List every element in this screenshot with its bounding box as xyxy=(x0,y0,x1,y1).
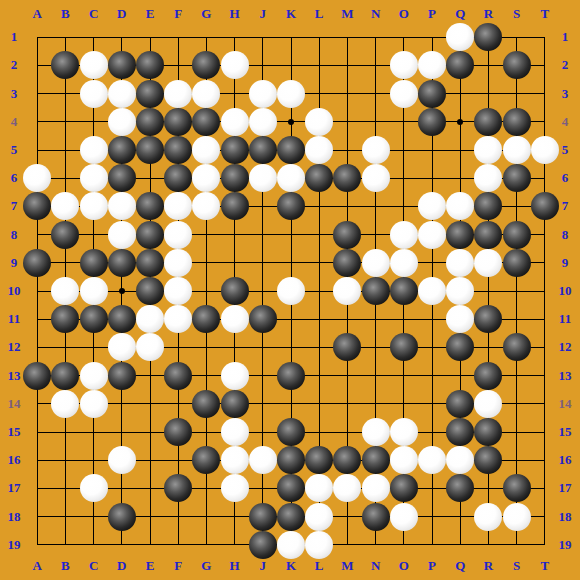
stone-black-C11[interactable] xyxy=(80,305,108,333)
stone-black-B13[interactable] xyxy=(51,362,79,390)
stone-black-Q2[interactable] xyxy=(446,51,474,79)
stone-black-D5[interactable] xyxy=(108,136,136,164)
stone-white-D12[interactable] xyxy=(108,333,136,361)
stone-black-J18[interactable] xyxy=(249,503,277,531)
col-label-bottom-P: P xyxy=(428,558,436,574)
stone-black-O12[interactable] xyxy=(390,333,418,361)
stone-black-K17[interactable] xyxy=(277,474,305,502)
stone-white-L17[interactable] xyxy=(305,474,333,502)
stone-white-J4[interactable] xyxy=(249,108,277,136)
row-label-left-5: 5 xyxy=(11,142,18,158)
stone-white-G6[interactable] xyxy=(192,164,220,192)
stone-white-R6[interactable] xyxy=(474,164,502,192)
stone-white-E11[interactable] xyxy=(136,305,164,333)
row-label-right-3: 3 xyxy=(562,86,569,102)
stone-black-D6[interactable] xyxy=(108,164,136,192)
stone-black-F17[interactable] xyxy=(164,474,192,502)
stone-black-G2[interactable] xyxy=(192,51,220,79)
stone-white-K19[interactable] xyxy=(277,531,305,559)
stone-white-O2[interactable] xyxy=(390,51,418,79)
row-label-left-8: 8 xyxy=(11,227,18,243)
stone-white-C5[interactable] xyxy=(80,136,108,164)
stone-black-G16[interactable] xyxy=(192,446,220,474)
stone-white-K10[interactable] xyxy=(277,277,305,305)
stone-black-N10[interactable] xyxy=(362,277,390,305)
col-label-bottom-G: G xyxy=(201,558,211,574)
stone-black-H10[interactable] xyxy=(221,277,249,305)
row-label-left-13: 13 xyxy=(8,368,21,384)
stone-black-O10[interactable] xyxy=(390,277,418,305)
stone-black-C9[interactable] xyxy=(80,249,108,277)
stone-black-T7[interactable] xyxy=(531,192,559,220)
stone-black-Q12[interactable] xyxy=(446,333,474,361)
stone-black-N16[interactable] xyxy=(362,446,390,474)
stone-black-F15[interactable] xyxy=(164,418,192,446)
stone-black-E3[interactable] xyxy=(136,80,164,108)
row-label-right-7: 7 xyxy=(562,198,569,214)
stone-black-M6[interactable] xyxy=(333,164,361,192)
stone-white-P16[interactable] xyxy=(418,446,446,474)
stone-black-F13[interactable] xyxy=(164,362,192,390)
stone-white-O3[interactable] xyxy=(390,80,418,108)
stone-black-B2[interactable] xyxy=(51,51,79,79)
star-point-D10 xyxy=(119,288,125,294)
col-label-top-L: L xyxy=(315,6,324,22)
stone-white-H11[interactable] xyxy=(221,305,249,333)
stone-white-D7[interactable] xyxy=(108,192,136,220)
stone-white-F7[interactable] xyxy=(164,192,192,220)
stone-white-K3[interactable] xyxy=(277,80,305,108)
row-label-right-4: 4 xyxy=(562,114,569,130)
stone-white-H16[interactable] xyxy=(221,446,249,474)
stone-white-L4[interactable] xyxy=(305,108,333,136)
stone-white-P7[interactable] xyxy=(418,192,446,220)
stone-white-C13[interactable] xyxy=(80,362,108,390)
stone-white-B7[interactable] xyxy=(51,192,79,220)
stone-white-C6[interactable] xyxy=(80,164,108,192)
stone-black-M16[interactable] xyxy=(333,446,361,474)
row-label-left-7: 7 xyxy=(11,198,18,214)
stone-white-C2[interactable] xyxy=(80,51,108,79)
stone-white-H17[interactable] xyxy=(221,474,249,502)
stone-white-F3[interactable] xyxy=(164,80,192,108)
stone-black-N18[interactable] xyxy=(362,503,390,531)
stone-white-Q11[interactable] xyxy=(446,305,474,333)
stone-white-G7[interactable] xyxy=(192,192,220,220)
col-label-top-H: H xyxy=(230,6,240,22)
stone-white-C7[interactable] xyxy=(80,192,108,220)
stone-black-F6[interactable] xyxy=(164,164,192,192)
col-label-bottom-R: R xyxy=(484,558,493,574)
row-label-right-17: 17 xyxy=(559,480,572,496)
col-label-top-B: B xyxy=(61,6,70,22)
stone-white-N5[interactable] xyxy=(362,136,390,164)
stone-black-K7[interactable] xyxy=(277,192,305,220)
stone-white-B10[interactable] xyxy=(51,277,79,305)
stone-black-R8[interactable] xyxy=(474,221,502,249)
stone-white-R9[interactable] xyxy=(474,249,502,277)
stone-black-R1[interactable] xyxy=(474,23,502,51)
stone-white-O8[interactable] xyxy=(390,221,418,249)
stone-black-S12[interactable] xyxy=(503,333,531,361)
stone-white-B14[interactable] xyxy=(51,390,79,418)
row-label-right-13: 13 xyxy=(559,368,572,384)
col-label-top-Q: Q xyxy=(455,6,465,22)
row-label-right-15: 15 xyxy=(559,424,572,440)
stone-white-N17[interactable] xyxy=(362,474,390,502)
stone-white-J6[interactable] xyxy=(249,164,277,192)
stone-white-L18[interactable] xyxy=(305,503,333,531)
stone-black-A13[interactable] xyxy=(23,362,51,390)
stone-black-J11[interactable] xyxy=(249,305,277,333)
stone-white-D16[interactable] xyxy=(108,446,136,474)
stone-white-D4[interactable] xyxy=(108,108,136,136)
stone-white-N6[interactable] xyxy=(362,164,390,192)
stone-white-A6[interactable] xyxy=(23,164,51,192)
stone-black-L16[interactable] xyxy=(305,446,333,474)
col-label-top-A: A xyxy=(32,6,41,22)
stone-black-D11[interactable] xyxy=(108,305,136,333)
stone-white-H13[interactable] xyxy=(221,362,249,390)
stone-white-M17[interactable] xyxy=(333,474,361,502)
stone-black-R16[interactable] xyxy=(474,446,502,474)
stone-white-F9[interactable] xyxy=(164,249,192,277)
col-label-top-J: J xyxy=(260,6,267,22)
stone-black-D9[interactable] xyxy=(108,249,136,277)
stone-black-E4[interactable] xyxy=(136,108,164,136)
stone-black-H6[interactable] xyxy=(221,164,249,192)
col-label-top-G: G xyxy=(201,6,211,22)
stone-white-N15[interactable] xyxy=(362,418,390,446)
goban[interactable]: AABBCCDDEEFFGGHHJJKKLLMMNNOOPPQQRRSSTT11… xyxy=(0,0,580,580)
col-label-bottom-L: L xyxy=(315,558,324,574)
row-label-left-14: 14 xyxy=(8,396,21,412)
stone-white-Q1[interactable] xyxy=(446,23,474,51)
stone-white-S18[interactable] xyxy=(503,503,531,531)
stone-black-G14[interactable] xyxy=(192,390,220,418)
stone-black-Q8[interactable] xyxy=(446,221,474,249)
stone-white-P2[interactable] xyxy=(418,51,446,79)
stone-black-R4[interactable] xyxy=(474,108,502,136)
row-label-right-1: 1 xyxy=(562,29,569,45)
stone-white-F8[interactable] xyxy=(164,221,192,249)
stone-white-Q7[interactable] xyxy=(446,192,474,220)
stone-white-H4[interactable] xyxy=(221,108,249,136)
stone-white-R5[interactable] xyxy=(474,136,502,164)
stone-black-K18[interactable] xyxy=(277,503,305,531)
stone-white-E12[interactable] xyxy=(136,333,164,361)
stone-black-G4[interactable] xyxy=(192,108,220,136)
stone-black-J19[interactable] xyxy=(249,531,277,559)
stone-black-M9[interactable] xyxy=(333,249,361,277)
stone-black-E7[interactable] xyxy=(136,192,164,220)
col-label-top-P: P xyxy=(428,6,436,22)
col-label-top-C: C xyxy=(89,6,98,22)
stone-black-P4[interactable] xyxy=(418,108,446,136)
col-label-bottom-B: B xyxy=(61,558,70,574)
stone-black-E5[interactable] xyxy=(136,136,164,164)
stone-white-Q9[interactable] xyxy=(446,249,474,277)
col-label-bottom-F: F xyxy=(174,558,182,574)
stone-black-A7[interactable] xyxy=(23,192,51,220)
stone-black-K5[interactable] xyxy=(277,136,305,164)
col-label-top-F: F xyxy=(174,6,182,22)
stone-black-R13[interactable] xyxy=(474,362,502,390)
col-label-bottom-K: K xyxy=(286,558,296,574)
stone-white-N9[interactable] xyxy=(362,249,390,277)
stone-black-S8[interactable] xyxy=(503,221,531,249)
col-label-bottom-A: A xyxy=(32,558,41,574)
stone-black-D13[interactable] xyxy=(108,362,136,390)
row-label-right-8: 8 xyxy=(562,227,569,243)
stone-black-Q17[interactable] xyxy=(446,474,474,502)
stone-white-M10[interactable] xyxy=(333,277,361,305)
row-label-right-9: 9 xyxy=(562,255,569,271)
row-label-left-9: 9 xyxy=(11,255,18,271)
stone-black-R7[interactable] xyxy=(474,192,502,220)
stone-black-E10[interactable] xyxy=(136,277,164,305)
stone-black-H7[interactable] xyxy=(221,192,249,220)
col-label-bottom-Q: Q xyxy=(455,558,465,574)
stone-white-P8[interactable] xyxy=(418,221,446,249)
grid-line-vertical xyxy=(544,37,545,546)
stone-white-D8[interactable] xyxy=(108,221,136,249)
stone-white-O16[interactable] xyxy=(390,446,418,474)
stone-black-B8[interactable] xyxy=(51,221,79,249)
stone-white-L5[interactable] xyxy=(305,136,333,164)
stone-black-J5[interactable] xyxy=(249,136,277,164)
stone-black-Q14[interactable] xyxy=(446,390,474,418)
row-label-left-15: 15 xyxy=(8,424,21,440)
stone-black-D2[interactable] xyxy=(108,51,136,79)
stone-white-J16[interactable] xyxy=(249,446,277,474)
row-label-right-18: 18 xyxy=(559,509,572,525)
stone-black-G11[interactable] xyxy=(192,305,220,333)
go-game-screen: AABBCCDDEEFFGGHHJJKKLLMMNNOOPPQQRRSSTT11… xyxy=(0,0,580,580)
col-label-bottom-J: J xyxy=(260,558,267,574)
stone-black-K16[interactable] xyxy=(277,446,305,474)
stone-black-O17[interactable] xyxy=(390,474,418,502)
row-label-right-5: 5 xyxy=(562,142,569,158)
stone-white-L19[interactable] xyxy=(305,531,333,559)
row-label-left-3: 3 xyxy=(11,86,18,102)
row-label-right-12: 12 xyxy=(559,339,572,355)
row-label-right-10: 10 xyxy=(559,283,572,299)
stone-white-H2[interactable] xyxy=(221,51,249,79)
stone-black-Q15[interactable] xyxy=(446,418,474,446)
stone-black-H14[interactable] xyxy=(221,390,249,418)
col-label-bottom-S: S xyxy=(513,558,520,574)
stone-white-D3[interactable] xyxy=(108,80,136,108)
stone-black-H5[interactable] xyxy=(221,136,249,164)
stone-black-A9[interactable] xyxy=(23,249,51,277)
stone-white-G3[interactable] xyxy=(192,80,220,108)
row-label-left-16: 16 xyxy=(8,452,21,468)
col-label-bottom-M: M xyxy=(341,558,353,574)
col-label-top-N: N xyxy=(371,6,380,22)
stone-white-J3[interactable] xyxy=(249,80,277,108)
stone-black-S2[interactable] xyxy=(503,51,531,79)
stone-white-C14[interactable] xyxy=(80,390,108,418)
stone-white-K6[interactable] xyxy=(277,164,305,192)
row-label-right-11: 11 xyxy=(559,311,571,327)
stone-white-G5[interactable] xyxy=(192,136,220,164)
stone-white-S5[interactable] xyxy=(503,136,531,164)
stone-black-E9[interactable] xyxy=(136,249,164,277)
stone-black-P3[interactable] xyxy=(418,80,446,108)
stone-white-O9[interactable] xyxy=(390,249,418,277)
stone-black-E8[interactable] xyxy=(136,221,164,249)
col-label-top-M: M xyxy=(341,6,353,22)
stone-white-R14[interactable] xyxy=(474,390,502,418)
stone-white-Q16[interactable] xyxy=(446,446,474,474)
stone-white-O15[interactable] xyxy=(390,418,418,446)
stone-black-K15[interactable] xyxy=(277,418,305,446)
stone-black-M12[interactable] xyxy=(333,333,361,361)
row-label-left-17: 17 xyxy=(8,480,21,496)
row-label-left-11: 11 xyxy=(8,311,20,327)
stone-white-R18[interactable] xyxy=(474,503,502,531)
stone-white-F10[interactable] xyxy=(164,277,192,305)
row-label-left-1: 1 xyxy=(11,29,18,45)
stone-black-F5[interactable] xyxy=(164,136,192,164)
col-label-bottom-C: C xyxy=(89,558,98,574)
stone-black-B11[interactable] xyxy=(51,305,79,333)
col-label-top-D: D xyxy=(117,6,126,22)
stone-white-H15[interactable] xyxy=(221,418,249,446)
row-label-right-6: 6 xyxy=(562,170,569,186)
col-label-top-O: O xyxy=(399,6,409,22)
stone-black-R15[interactable] xyxy=(474,418,502,446)
stone-white-P10[interactable] xyxy=(418,277,446,305)
row-label-left-2: 2 xyxy=(11,57,18,73)
row-label-left-4: 4 xyxy=(11,114,18,130)
stone-white-T5[interactable] xyxy=(531,136,559,164)
stone-white-C10[interactable] xyxy=(80,277,108,305)
col-label-bottom-H: H xyxy=(230,558,240,574)
stone-black-M8[interactable] xyxy=(333,221,361,249)
col-label-bottom-O: O xyxy=(399,558,409,574)
star-point-Q4 xyxy=(457,119,463,125)
row-label-left-10: 10 xyxy=(8,283,21,299)
star-point-K4 xyxy=(288,119,294,125)
stone-white-F11[interactable] xyxy=(164,305,192,333)
stone-black-S6[interactable] xyxy=(503,164,531,192)
col-label-top-S: S xyxy=(513,6,520,22)
col-label-top-T: T xyxy=(540,6,549,22)
stone-black-S4[interactable] xyxy=(503,108,531,136)
col-label-bottom-N: N xyxy=(371,558,380,574)
col-label-top-R: R xyxy=(484,6,493,22)
stone-white-O18[interactable] xyxy=(390,503,418,531)
col-label-bottom-D: D xyxy=(117,558,126,574)
row-label-left-19: 19 xyxy=(8,537,21,553)
col-label-top-E: E xyxy=(146,6,155,22)
stone-black-R11[interactable] xyxy=(474,305,502,333)
row-label-left-18: 18 xyxy=(8,509,21,525)
row-label-right-2: 2 xyxy=(562,57,569,73)
col-label-bottom-E: E xyxy=(146,558,155,574)
stone-black-S9[interactable] xyxy=(503,249,531,277)
row-label-right-14: 14 xyxy=(559,396,572,412)
stone-black-L6[interactable] xyxy=(305,164,333,192)
row-label-right-19: 19 xyxy=(559,537,572,553)
row-label-right-16: 16 xyxy=(559,452,572,468)
row-label-left-6: 6 xyxy=(11,170,18,186)
stone-black-K13[interactable] xyxy=(277,362,305,390)
stone-white-C3[interactable] xyxy=(80,80,108,108)
col-label-bottom-T: T xyxy=(540,558,549,574)
col-label-top-K: K xyxy=(286,6,296,22)
stone-white-C17[interactable] xyxy=(80,474,108,502)
stone-black-E2[interactable] xyxy=(136,51,164,79)
stone-black-F4[interactable] xyxy=(164,108,192,136)
stone-black-D18[interactable] xyxy=(108,503,136,531)
stone-black-S17[interactable] xyxy=(503,474,531,502)
stone-white-Q10[interactable] xyxy=(446,277,474,305)
row-label-left-12: 12 xyxy=(8,339,21,355)
